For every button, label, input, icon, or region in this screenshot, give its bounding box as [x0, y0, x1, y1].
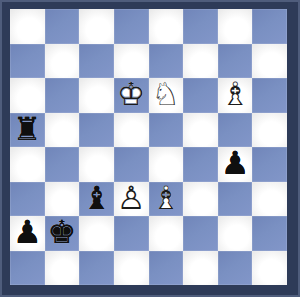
square-g6[interactable]: ♝♗: [218, 78, 253, 113]
chess-board: ♚♔♞♘♝♗♜♜♟♟♝♝♟♙♝♗♟♟♚♚: [10, 9, 287, 285]
square-g3[interactable]: [218, 182, 253, 217]
square-b4[interactable]: [45, 147, 80, 182]
square-e5[interactable]: [149, 113, 184, 148]
square-e2[interactable]: [149, 216, 184, 251]
black-pawn-icon: ♟: [10, 215, 45, 250]
square-b2[interactable]: ♚♚: [45, 216, 80, 251]
square-d8[interactable]: [114, 9, 149, 44]
square-c4[interactable]: [79, 147, 114, 182]
square-b3[interactable]: [45, 182, 80, 217]
square-f8[interactable]: [183, 9, 218, 44]
black-bishop-piece[interactable]: ♝♝: [79, 182, 114, 217]
square-c1[interactable]: [79, 251, 114, 286]
square-b6[interactable]: [45, 78, 80, 113]
square-d2[interactable]: [114, 216, 149, 251]
square-c7[interactable]: [79, 44, 114, 79]
board-frame: ♚♔♞♘♝♗♜♜♟♟♝♝♟♙♝♗♟♟♚♚: [0, 0, 300, 297]
black-pawn-icon: ♟: [218, 146, 253, 181]
square-f5[interactable]: [183, 113, 218, 148]
square-c2[interactable]: [79, 216, 114, 251]
square-c3[interactable]: ♝♝: [79, 182, 114, 217]
square-g1[interactable]: [218, 251, 253, 286]
square-d4[interactable]: [114, 147, 149, 182]
white-bishop-icon: ♗: [149, 181, 184, 216]
square-a4[interactable]: [10, 147, 45, 182]
square-a2[interactable]: ♟♟: [10, 216, 45, 251]
square-e6[interactable]: ♞♘: [149, 78, 184, 113]
square-d6[interactable]: ♚♔: [114, 78, 149, 113]
square-h5[interactable]: [252, 113, 287, 148]
square-e4[interactable]: [149, 147, 184, 182]
square-h7[interactable]: [252, 44, 287, 79]
black-pawn-piece[interactable]: ♟♟: [218, 147, 253, 182]
square-a5[interactable]: ♜♜: [10, 113, 45, 148]
black-king-piece[interactable]: ♚♚: [45, 216, 80, 251]
white-knight-piece[interactable]: ♞♘: [149, 78, 184, 113]
white-pawn-icon: ♙: [114, 181, 149, 216]
square-g2[interactable]: [218, 216, 253, 251]
square-g5[interactable]: [218, 113, 253, 148]
square-e7[interactable]: [149, 44, 184, 79]
white-bishop-piece[interactable]: ♝♗: [149, 182, 184, 217]
square-b5[interactable]: [45, 113, 80, 148]
square-h2[interactable]: [252, 216, 287, 251]
white-knight-icon: ♘: [149, 77, 184, 112]
square-b8[interactable]: [45, 9, 80, 44]
square-d3[interactable]: ♟♙: [114, 182, 149, 217]
square-h8[interactable]: [252, 9, 287, 44]
square-a6[interactable]: [10, 78, 45, 113]
square-e3[interactable]: ♝♗: [149, 182, 184, 217]
white-pawn-piece[interactable]: ♟♙: [114, 182, 149, 217]
square-a1[interactable]: [10, 251, 45, 286]
square-f2[interactable]: [183, 216, 218, 251]
square-f1[interactable]: [183, 251, 218, 286]
square-g7[interactable]: [218, 44, 253, 79]
square-d5[interactable]: [114, 113, 149, 148]
square-b1[interactable]: [45, 251, 80, 286]
square-h1[interactable]: [252, 251, 287, 286]
square-f4[interactable]: [183, 147, 218, 182]
white-bishop-piece[interactable]: ♝♗: [218, 78, 253, 113]
black-pawn-piece[interactable]: ♟♟: [10, 216, 45, 251]
square-f7[interactable]: [183, 44, 218, 79]
square-e1[interactable]: [149, 251, 184, 286]
black-king-icon: ♚: [45, 215, 80, 250]
square-c8[interactable]: [79, 9, 114, 44]
square-f6[interactable]: [183, 78, 218, 113]
square-g4[interactable]: ♟♟: [218, 147, 253, 182]
square-h6[interactable]: [252, 78, 287, 113]
white-king-icon: ♔: [114, 77, 149, 112]
square-c6[interactable]: [79, 78, 114, 113]
square-h3[interactable]: [252, 182, 287, 217]
square-a3[interactable]: [10, 182, 45, 217]
square-d1[interactable]: [114, 251, 149, 286]
square-h4[interactable]: [252, 147, 287, 182]
black-rook-piece[interactable]: ♜♜: [10, 113, 45, 148]
square-a8[interactable]: [10, 9, 45, 44]
square-f3[interactable]: [183, 182, 218, 217]
black-bishop-icon: ♝: [79, 181, 114, 216]
square-g8[interactable]: [218, 9, 253, 44]
square-c5[interactable]: [79, 113, 114, 148]
square-a7[interactable]: [10, 44, 45, 79]
square-d7[interactable]: [114, 44, 149, 79]
white-bishop-icon: ♗: [218, 77, 253, 112]
square-e8[interactable]: [149, 9, 184, 44]
square-b7[interactable]: [45, 44, 80, 79]
black-rook-icon: ♜: [10, 112, 45, 147]
white-king-piece[interactable]: ♚♔: [114, 78, 149, 113]
